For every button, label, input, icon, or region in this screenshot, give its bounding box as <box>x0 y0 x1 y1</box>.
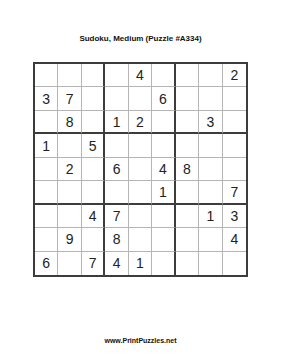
cell-r3c9[interactable] <box>223 111 246 134</box>
cell-r6c7[interactable] <box>176 181 199 204</box>
cell-r7c9[interactable]: 3 <box>223 205 246 228</box>
cell-r3c3[interactable] <box>82 111 105 134</box>
cell-r8c1[interactable] <box>35 228 58 251</box>
cell-r1c3[interactable] <box>82 64 105 87</box>
cell-r8c8[interactable] <box>199 228 222 251</box>
cell-r7c3[interactable]: 4 <box>82 205 105 228</box>
cell-r6c8[interactable] <box>199 181 222 204</box>
cell-r8c6[interactable] <box>152 228 175 251</box>
cell-r6c6[interactable]: 1 <box>152 181 175 204</box>
cell-r3c5[interactable]: 2 <box>129 111 152 134</box>
cell-r8c2[interactable]: 9 <box>58 228 81 251</box>
cell-r2c5[interactable] <box>129 87 152 110</box>
cell-r9c4[interactable]: 4 <box>105 252 128 275</box>
cell-r1c4[interactable] <box>105 64 128 87</box>
cell-r5c9[interactable] <box>223 158 246 181</box>
cell-r3c7[interactable] <box>176 111 199 134</box>
cell-r7c8[interactable]: 1 <box>199 205 222 228</box>
cell-r9c6[interactable] <box>152 252 175 275</box>
cell-r3c2[interactable]: 8 <box>58 111 81 134</box>
cell-r4c3[interactable]: 5 <box>82 134 105 157</box>
cell-r6c9[interactable]: 7 <box>223 181 246 204</box>
cell-r4c6[interactable] <box>152 134 175 157</box>
cell-r4c4[interactable] <box>105 134 128 157</box>
cell-r3c4[interactable]: 1 <box>105 111 128 134</box>
cell-r3c6[interactable] <box>152 111 175 134</box>
cell-r1c2[interactable] <box>58 64 81 87</box>
cell-r4c9[interactable] <box>223 134 246 157</box>
cell-r7c6[interactable] <box>152 205 175 228</box>
cell-r5c3[interactable] <box>82 158 105 181</box>
cell-r4c8[interactable] <box>199 134 222 157</box>
cell-r7c7[interactable] <box>176 205 199 228</box>
cell-r9c9[interactable] <box>223 252 246 275</box>
cell-r2c8[interactable] <box>199 87 222 110</box>
cell-r4c7[interactable] <box>176 134 199 157</box>
cell-r2c4[interactable] <box>105 87 128 110</box>
cell-r3c1[interactable] <box>35 111 58 134</box>
cell-r9c3[interactable]: 7 <box>82 252 105 275</box>
cell-r7c2[interactable] <box>58 205 81 228</box>
cell-r6c1[interactable] <box>35 181 58 204</box>
cell-r6c5[interactable] <box>129 181 152 204</box>
cell-r8c7[interactable] <box>176 228 199 251</box>
cell-r7c1[interactable] <box>35 205 58 228</box>
cell-r8c9[interactable]: 4 <box>223 228 246 251</box>
cell-r6c4[interactable] <box>105 181 128 204</box>
cell-r4c5[interactable] <box>129 134 152 157</box>
cell-r2c6[interactable]: 6 <box>152 87 175 110</box>
cell-r5c4[interactable]: 6 <box>105 158 128 181</box>
cell-r5c5[interactable] <box>129 158 152 181</box>
cell-r1c9[interactable]: 2 <box>223 64 246 87</box>
cell-r2c9[interactable] <box>223 87 246 110</box>
site-credit: www.PrintPuzzles.net <box>0 336 281 345</box>
puzzle-title: Sudoku, Medium (Puzzle #A334) <box>0 34 281 44</box>
puzzle-page: Sudoku, Medium (Puzzle #A334) 4237681231… <box>0 0 281 363</box>
cell-r4c1[interactable]: 1 <box>35 134 58 157</box>
cell-r8c4[interactable]: 8 <box>105 228 128 251</box>
cell-r4c2[interactable] <box>58 134 81 157</box>
cell-r9c8[interactable] <box>199 252 222 275</box>
cell-r5c6[interactable]: 4 <box>152 158 175 181</box>
cell-r7c4[interactable]: 7 <box>105 205 128 228</box>
cell-r9c7[interactable] <box>176 252 199 275</box>
cell-r9c5[interactable]: 1 <box>129 252 152 275</box>
cell-r5c7[interactable]: 8 <box>176 158 199 181</box>
cell-r2c7[interactable] <box>176 87 199 110</box>
cell-r1c1[interactable] <box>35 64 58 87</box>
cell-r5c8[interactable] <box>199 158 222 181</box>
cell-r2c1[interactable]: 3 <box>35 87 58 110</box>
cell-r7c5[interactable] <box>129 205 152 228</box>
cell-r1c5[interactable]: 4 <box>129 64 152 87</box>
cell-r1c7[interactable] <box>176 64 199 87</box>
cell-r2c2[interactable]: 7 <box>58 87 81 110</box>
cell-r1c6[interactable] <box>152 64 175 87</box>
cell-r8c5[interactable] <box>129 228 152 251</box>
cell-r9c1[interactable]: 6 <box>35 252 58 275</box>
cell-r2c3[interactable] <box>82 87 105 110</box>
cell-r3c8[interactable]: 3 <box>199 111 222 134</box>
cell-r9c2[interactable] <box>58 252 81 275</box>
cell-r5c2[interactable]: 2 <box>58 158 81 181</box>
cell-r5c1[interactable] <box>35 158 58 181</box>
cell-r6c2[interactable] <box>58 181 81 204</box>
sudoku-board: 4237681231526481747139846741 <box>33 62 248 277</box>
cell-r8c3[interactable] <box>82 228 105 251</box>
cell-r6c3[interactable] <box>82 181 105 204</box>
cell-r1c8[interactable] <box>199 64 222 87</box>
